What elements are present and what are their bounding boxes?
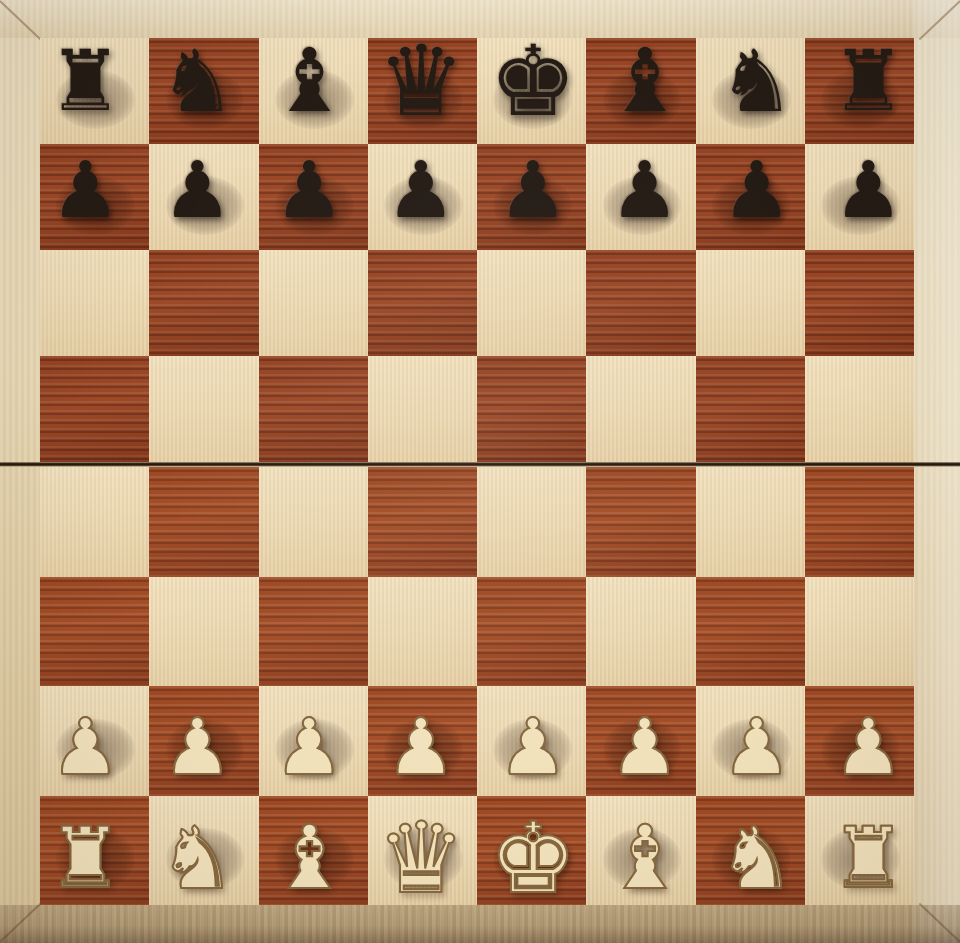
square-b1[interactable]: ♞	[149, 796, 258, 906]
square-c6[interactable]	[259, 250, 368, 356]
board-top-half: ♜♞♝♛♚♝♞♜♟♟♟♟♟♟♟♟	[40, 38, 914, 462]
square-g2[interactable]: ♟	[696, 686, 805, 796]
piece-white-pawn[interactable]: ♟	[478, 692, 587, 802]
square-e1[interactable]: ♚	[477, 796, 586, 906]
square-b4[interactable]	[149, 467, 258, 577]
square-a2[interactable]: ♟	[40, 686, 149, 796]
board-fold-seam	[0, 462, 960, 467]
square-h5[interactable]	[805, 356, 914, 462]
piece-black-rook[interactable]: ♜	[31, 28, 140, 134]
square-e5[interactable]	[477, 356, 586, 462]
square-a7[interactable]: ♟	[40, 144, 149, 250]
square-d8[interactable]: ♛	[368, 38, 477, 144]
square-f6[interactable]	[586, 250, 695, 356]
square-a3[interactable]	[40, 577, 149, 687]
square-a5[interactable]	[40, 356, 149, 462]
square-h7[interactable]: ♟	[805, 144, 914, 250]
square-f4[interactable]	[586, 467, 695, 577]
piece-black-pawn[interactable]: ♟	[478, 137, 587, 243]
square-e6[interactable]	[477, 250, 586, 356]
square-f5[interactable]	[586, 356, 695, 462]
piece-black-bishop[interactable]: ♝	[590, 28, 699, 134]
square-e8[interactable]: ♚	[477, 38, 586, 144]
square-d2[interactable]: ♟	[368, 686, 477, 796]
piece-white-bishop[interactable]: ♝	[255, 803, 364, 913]
square-h6[interactable]	[805, 250, 914, 356]
piece-white-pawn[interactable]: ♟	[814, 692, 923, 802]
square-h4[interactable]	[805, 467, 914, 577]
square-c7[interactable]: ♟	[259, 144, 368, 250]
piece-black-queen[interactable]: ♛	[366, 28, 475, 134]
square-e4[interactable]	[477, 467, 586, 577]
square-c4[interactable]	[259, 467, 368, 577]
square-b8[interactable]: ♞	[149, 38, 258, 144]
piece-white-pawn[interactable]: ♟	[143, 692, 252, 802]
square-f2[interactable]: ♟	[586, 686, 695, 796]
square-b2[interactable]: ♟	[149, 686, 258, 796]
piece-black-pawn[interactable]: ♟	[366, 137, 475, 243]
square-d1[interactable]: ♛	[368, 796, 477, 906]
square-e7[interactable]: ♟	[477, 144, 586, 250]
piece-white-pawn[interactable]: ♟	[31, 692, 140, 802]
chess-board: ♜♞♝♛♚♝♞♜♟♟♟♟♟♟♟♟ ♟♟♟♟♟♟♟♟♜♞♝♛♚♝♞♜	[40, 38, 914, 905]
square-a8[interactable]: ♜	[40, 38, 149, 144]
square-c1[interactable]: ♝	[259, 796, 368, 906]
square-f8[interactable]: ♝	[586, 38, 695, 144]
piece-white-bishop[interactable]: ♝	[590, 803, 699, 913]
piece-black-pawn[interactable]: ♟	[31, 137, 140, 243]
square-g6[interactable]	[696, 250, 805, 356]
piece-white-pawn[interactable]: ♟	[590, 692, 699, 802]
square-g8[interactable]: ♞	[696, 38, 805, 144]
square-c5[interactable]	[259, 356, 368, 462]
square-f7[interactable]: ♟	[586, 144, 695, 250]
square-b7[interactable]: ♟	[149, 144, 258, 250]
piece-black-pawn[interactable]: ♟	[702, 137, 811, 243]
square-g3[interactable]	[696, 577, 805, 687]
square-g5[interactable]	[696, 356, 805, 462]
square-a6[interactable]	[40, 250, 149, 356]
piece-white-pawn[interactable]: ♟	[366, 692, 475, 802]
square-a4[interactable]	[40, 467, 149, 577]
piece-white-queen[interactable]: ♛	[366, 803, 475, 913]
square-d3[interactable]	[368, 577, 477, 687]
piece-black-pawn[interactable]: ♟	[255, 137, 364, 243]
square-b5[interactable]	[149, 356, 258, 462]
piece-black-pawn[interactable]: ♟	[590, 137, 699, 243]
piece-black-pawn[interactable]: ♟	[143, 137, 252, 243]
piece-white-pawn[interactable]: ♟	[255, 692, 364, 802]
square-d5[interactable]	[368, 356, 477, 462]
square-f1[interactable]: ♝	[586, 796, 695, 906]
square-h3[interactable]	[805, 577, 914, 687]
square-g7[interactable]: ♟	[696, 144, 805, 250]
square-h8[interactable]: ♜	[805, 38, 914, 144]
square-b6[interactable]	[149, 250, 258, 356]
square-d4[interactable]	[368, 467, 477, 577]
square-d7[interactable]: ♟	[368, 144, 477, 250]
square-c8[interactable]: ♝	[259, 38, 368, 144]
piece-black-king[interactable]: ♚	[478, 28, 587, 134]
square-d6[interactable]	[368, 250, 477, 356]
chess-set-photo: ♜♞♝♛♚♝♞♜♟♟♟♟♟♟♟♟ ♟♟♟♟♟♟♟♟♜♞♝♛♚♝♞♜	[0, 0, 960, 943]
piece-white-pawn[interactable]: ♟	[702, 692, 811, 802]
piece-black-knight[interactable]: ♞	[702, 28, 811, 134]
piece-white-king[interactable]: ♚	[478, 803, 587, 913]
piece-white-knight[interactable]: ♞	[143, 803, 252, 913]
piece-white-rook[interactable]: ♜	[814, 803, 923, 913]
square-c2[interactable]: ♟	[259, 686, 368, 796]
square-c3[interactable]	[259, 577, 368, 687]
square-e2[interactable]: ♟	[477, 686, 586, 796]
square-b3[interactable]	[149, 577, 258, 687]
piece-white-rook[interactable]: ♜	[31, 803, 140, 913]
board-bottom-half: ♟♟♟♟♟♟♟♟♜♞♝♛♚♝♞♜	[40, 467, 914, 905]
square-a1[interactable]: ♜	[40, 796, 149, 906]
piece-black-rook[interactable]: ♜	[814, 28, 923, 134]
square-h1[interactable]: ♜	[805, 796, 914, 906]
square-f3[interactable]	[586, 577, 695, 687]
square-h2[interactable]: ♟	[805, 686, 914, 796]
square-g1[interactable]: ♞	[696, 796, 805, 906]
piece-black-knight[interactable]: ♞	[143, 28, 252, 134]
square-e3[interactable]	[477, 577, 586, 687]
piece-black-bishop[interactable]: ♝	[255, 28, 364, 134]
piece-black-pawn[interactable]: ♟	[814, 137, 923, 243]
piece-white-knight[interactable]: ♞	[702, 803, 811, 913]
square-g4[interactable]	[696, 467, 805, 577]
